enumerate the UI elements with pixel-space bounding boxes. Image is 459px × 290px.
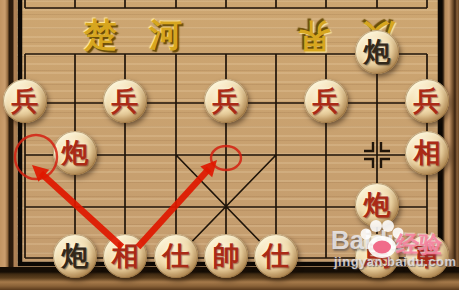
piece-red-elephant[interactable]: 相 <box>103 234 147 278</box>
piece-red-cannon[interactable]: 炮 <box>355 183 399 227</box>
piece-glyph: 仕 <box>163 242 190 270</box>
piece-glyph: 兵 <box>112 87 139 115</box>
piece-red-soldier[interactable]: 兵 <box>304 79 348 123</box>
piece-red-soldier[interactable]: 兵 <box>405 79 449 123</box>
piece-glyph: 兵 <box>12 87 39 115</box>
piece-glyph: 炮 <box>62 242 89 270</box>
piece-red-soldier[interactable]: 兵 <box>3 79 47 123</box>
piece-glyph: 車 <box>414 242 441 270</box>
piece-red-elephant[interactable]: 相 <box>405 131 449 175</box>
piece-red-soldier[interactable]: 兵 <box>204 79 248 123</box>
piece-black-cannon[interactable]: 炮 <box>355 30 399 74</box>
piece-glyph: 炮 <box>364 191 391 219</box>
piece-black-cannon[interactable]: 炮 <box>53 234 97 278</box>
piece-glyph: 兵 <box>313 87 340 115</box>
piece-glyph: 相 <box>112 242 139 270</box>
piece-red-soldier[interactable]: 兵 <box>103 79 147 123</box>
pieces-layer: 炮兵兵兵兵兵炮相炮炮相仕帥仕馬車 <box>0 0 459 290</box>
piece-red-chariot[interactable]: 車 <box>405 234 449 278</box>
piece-glyph: 炮 <box>62 139 89 167</box>
piece-red-advisor[interactable]: 仕 <box>154 234 198 278</box>
piece-red-general[interactable]: 帥 <box>204 234 248 278</box>
piece-glyph: 帥 <box>213 242 240 270</box>
piece-glyph: 仕 <box>263 242 290 270</box>
piece-red-advisor[interactable]: 仕 <box>254 234 298 278</box>
piece-glyph: 兵 <box>213 87 240 115</box>
piece-red-cannon[interactable]: 炮 <box>53 131 97 175</box>
piece-glyph: 馬 <box>364 242 391 270</box>
piece-glyph: 兵 <box>414 87 441 115</box>
piece-glyph: 相 <box>414 139 441 167</box>
piece-glyph: 炮 <box>364 38 391 66</box>
xiangqi-app: 楚 河 汉 界 炮兵兵兵兵兵炮相炮炮相仕帥仕馬車 Baidu 经验 jingya… <box>0 0 459 290</box>
piece-red-horse[interactable]: 馬 <box>355 234 399 278</box>
